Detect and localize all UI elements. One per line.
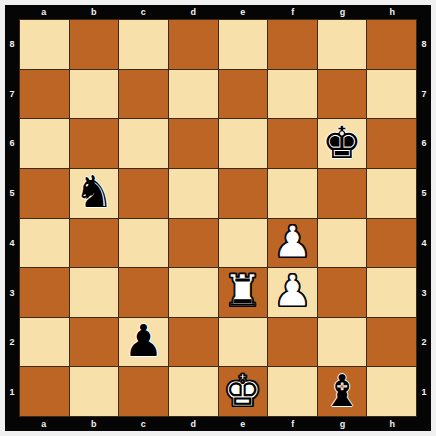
file-label-top-b: b — [84, 5, 104, 19]
rank-label-left-5: 5 — [5, 186, 19, 200]
square-d5[interactable] — [169, 169, 218, 218]
file-label-top-h: h — [382, 5, 402, 19]
square-g5[interactable] — [318, 169, 367, 218]
piece-black-knight[interactable]: ♞ — [74, 170, 113, 214]
square-f7[interactable] — [268, 70, 317, 119]
file-label-bottom-h: h — [382, 417, 402, 431]
piece-black-bishop[interactable]: ♝ — [322, 369, 361, 413]
file-label-top-g: g — [332, 5, 352, 19]
page: ♚♞♟♜♟♟♚♝ aabbccddeeffgghh887766554433221… — [0, 0, 436, 436]
square-b1[interactable] — [70, 367, 119, 416]
rank-label-right-4: 4 — [417, 236, 431, 250]
file-label-bottom-d: d — [183, 417, 203, 431]
file-label-top-e: e — [233, 5, 253, 19]
square-a4[interactable] — [20, 219, 69, 268]
square-d7[interactable] — [169, 70, 218, 119]
square-c3[interactable] — [119, 268, 168, 317]
square-g1[interactable]: ♝ — [318, 367, 367, 416]
square-h3[interactable] — [367, 268, 416, 317]
board-frame: ♚♞♟♜♟♟♚♝ aabbccddeeffgghh887766554433221… — [5, 5, 431, 431]
square-b7[interactable] — [70, 70, 119, 119]
square-f2[interactable] — [268, 318, 317, 367]
square-b5[interactable]: ♞ — [70, 169, 119, 218]
square-f6[interactable] — [268, 119, 317, 168]
square-b8[interactable] — [70, 20, 119, 69]
rank-label-left-3: 3 — [5, 286, 19, 300]
square-a3[interactable] — [20, 268, 69, 317]
square-g2[interactable] — [318, 318, 367, 367]
rank-label-right-8: 8 — [417, 37, 431, 51]
square-e8[interactable] — [219, 20, 268, 69]
square-e2[interactable] — [219, 318, 268, 367]
rank-label-right-1: 1 — [417, 385, 431, 399]
rank-label-left-1: 1 — [5, 385, 19, 399]
square-f5[interactable] — [268, 169, 317, 218]
piece-black-king[interactable]: ♚ — [322, 121, 361, 165]
file-label-top-d: d — [183, 5, 203, 19]
square-d4[interactable] — [169, 219, 218, 268]
square-a2[interactable] — [20, 318, 69, 367]
square-c1[interactable] — [119, 367, 168, 416]
square-d3[interactable] — [169, 268, 218, 317]
square-e1[interactable]: ♚ — [219, 367, 268, 416]
square-c2[interactable]: ♟ — [119, 318, 168, 367]
file-label-top-a: a — [34, 5, 54, 19]
square-b6[interactable] — [70, 119, 119, 168]
rank-label-right-3: 3 — [417, 286, 431, 300]
file-label-top-f: f — [283, 5, 303, 19]
file-label-bottom-g: g — [332, 417, 352, 431]
square-g6[interactable]: ♚ — [318, 119, 367, 168]
square-c8[interactable] — [119, 20, 168, 69]
chess-board: ♚♞♟♜♟♟♚♝ — [19, 19, 417, 417]
square-c5[interactable] — [119, 169, 168, 218]
square-h4[interactable] — [367, 219, 416, 268]
rank-label-left-6: 6 — [5, 136, 19, 150]
rank-label-left-4: 4 — [5, 236, 19, 250]
file-label-bottom-e: e — [233, 417, 253, 431]
rank-label-right-2: 2 — [417, 335, 431, 349]
rank-label-right-5: 5 — [417, 186, 431, 200]
file-label-bottom-f: f — [283, 417, 303, 431]
file-label-bottom-a: a — [34, 417, 54, 431]
file-label-bottom-b: b — [84, 417, 104, 431]
square-h7[interactable] — [367, 70, 416, 119]
square-h1[interactable] — [367, 367, 416, 416]
square-d2[interactable] — [169, 318, 218, 367]
rank-label-right-6: 6 — [417, 136, 431, 150]
square-h6[interactable] — [367, 119, 416, 168]
square-c4[interactable] — [119, 219, 168, 268]
file-label-bottom-c: c — [133, 417, 153, 431]
square-g7[interactable] — [318, 70, 367, 119]
square-b2[interactable] — [70, 318, 119, 367]
square-e5[interactable] — [219, 169, 268, 218]
square-a7[interactable] — [20, 70, 69, 119]
file-label-top-c: c — [133, 5, 153, 19]
rank-label-left-2: 2 — [5, 335, 19, 349]
square-b4[interactable] — [70, 219, 119, 268]
square-a1[interactable] — [20, 367, 69, 416]
square-f1[interactable] — [268, 367, 317, 416]
square-e7[interactable] — [219, 70, 268, 119]
square-d8[interactable] — [169, 20, 218, 69]
rank-label-right-7: 7 — [417, 87, 431, 101]
square-e4[interactable] — [219, 219, 268, 268]
square-f3[interactable]: ♟ — [268, 268, 317, 317]
square-c7[interactable] — [119, 70, 168, 119]
rank-label-left-7: 7 — [5, 87, 19, 101]
square-c6[interactable] — [119, 119, 168, 168]
square-g4[interactable] — [318, 219, 367, 268]
square-d6[interactable] — [169, 119, 218, 168]
square-e6[interactable] — [219, 119, 268, 168]
square-a5[interactable] — [20, 169, 69, 218]
square-d1[interactable] — [169, 367, 218, 416]
piece-white-rook[interactable]: ♜ — [223, 269, 262, 313]
square-h8[interactable] — [367, 20, 416, 69]
rank-label-left-8: 8 — [5, 37, 19, 51]
square-g8[interactable] — [318, 20, 367, 69]
square-a6[interactable] — [20, 119, 69, 168]
square-h5[interactable] — [367, 169, 416, 218]
square-a8[interactable] — [20, 20, 69, 69]
square-e3[interactable]: ♜ — [219, 268, 268, 317]
piece-white-king[interactable]: ♚ — [223, 369, 262, 413]
square-b3[interactable] — [70, 268, 119, 317]
square-g3[interactable] — [318, 268, 367, 317]
piece-white-pawn[interactable]: ♟ — [273, 269, 312, 313]
square-h2[interactable] — [367, 318, 416, 367]
square-f8[interactable] — [268, 20, 317, 69]
piece-white-pawn[interactable]: ♟ — [273, 220, 312, 264]
square-f4[interactable]: ♟ — [268, 219, 317, 268]
piece-black-pawn[interactable]: ♟ — [124, 319, 163, 363]
